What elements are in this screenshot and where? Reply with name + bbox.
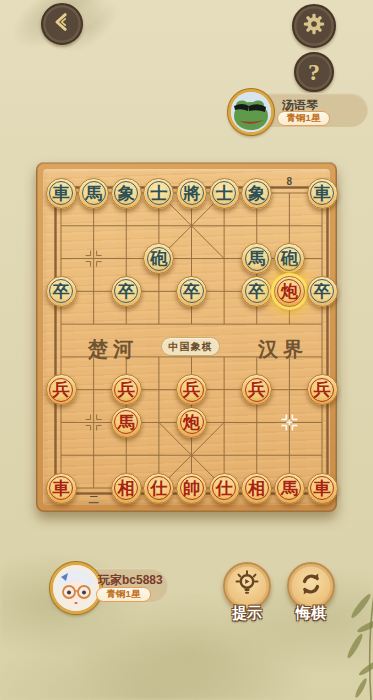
piece-red-相[interactable]: 相 <box>241 473 272 504</box>
piece-glyph: 士 <box>210 179 239 208</box>
piece-glyph: 兵 <box>47 375 76 404</box>
piece-black-馬[interactable]: 馬 <box>241 243 272 274</box>
piece-red-馬[interactable]: 馬 <box>274 473 305 504</box>
gear-icon <box>301 11 327 41</box>
piece-glyph: 帥 <box>177 474 206 503</box>
help-button[interactable]: ? <box>294 52 334 92</box>
piece-glyph: 象 <box>112 179 141 208</box>
frog-avatar-image <box>231 92 271 132</box>
piece-glyph: 卒 <box>47 277 76 306</box>
piece-red-兵[interactable]: 兵 <box>176 374 207 405</box>
piece-red-兵[interactable]: 兵 <box>241 374 272 405</box>
piece-glyph: 卒 <box>308 277 337 306</box>
piece-glyph: 兵 <box>242 375 271 404</box>
hint-label: 提示 <box>232 604 262 623</box>
opponent-rank-badge: 青铜1星 <box>277 111 330 126</box>
piece-glyph: 相 <box>112 474 141 503</box>
piece-glyph: 炮 <box>177 408 206 437</box>
piece-glyph: 馬 <box>79 179 108 208</box>
piece-glyph: 砲 <box>144 244 173 273</box>
piece-glyph: 仕 <box>144 474 173 503</box>
piece-glyph: 車 <box>308 179 337 208</box>
piece-red-車[interactable]: 車 <box>46 473 77 504</box>
piece-black-砲[interactable]: 砲 <box>274 243 305 274</box>
piece-black-卒[interactable]: 卒 <box>241 276 272 307</box>
piece-glyph: 炮 <box>275 277 304 306</box>
piece-black-車[interactable]: 車 <box>307 178 338 209</box>
piece-glyph: 馬 <box>112 408 141 437</box>
piece-glyph: 車 <box>47 179 76 208</box>
back-chevron-icon <box>51 11 73 37</box>
piece-black-卒[interactable]: 卒 <box>46 276 77 307</box>
piece-glyph: 仕 <box>210 474 239 503</box>
self-rank-badge: 青铜1星 <box>96 587 151 602</box>
piece-red-馬[interactable]: 馬 <box>111 407 142 438</box>
piece-glyph: 卒 <box>112 277 141 306</box>
piece-red-車[interactable]: 車 <box>307 473 338 504</box>
piece-glyph: 象 <box>242 179 271 208</box>
piece-black-車[interactable]: 車 <box>46 178 77 209</box>
piece-glyph: 卒 <box>177 277 206 306</box>
back-button[interactable] <box>41 3 83 45</box>
piece-black-象[interactable]: 象 <box>241 178 272 209</box>
piece-black-馬[interactable]: 馬 <box>78 178 109 209</box>
piece-glyph: 馬 <box>275 474 304 503</box>
piece-glyph: 車 <box>308 474 337 503</box>
hint-button[interactable] <box>223 562 271 610</box>
opponent-avatar[interactable] <box>228 89 274 135</box>
piece-red-兵[interactable]: 兵 <box>307 374 338 405</box>
piece-black-卒[interactable]: 卒 <box>111 276 142 307</box>
piece-black-卒[interactable]: 卒 <box>307 276 338 307</box>
piece-red-炮[interactable]: 炮 <box>274 276 305 307</box>
piece-black-卒[interactable]: 卒 <box>176 276 207 307</box>
self-avatar[interactable] <box>50 562 102 614</box>
lightbulb-icon <box>232 569 262 603</box>
piece-glyph: 砲 <box>275 244 304 273</box>
piece-glyph: 車 <box>47 474 76 503</box>
app-screen: ? 汤语琴 青铜1星 楚河 汉界 中国象棋 8 二 車馬象士將士象車砲馬砲卒卒卒… <box>0 0 373 700</box>
piece-black-砲[interactable]: 砲 <box>143 243 174 274</box>
piece-black-士[interactable]: 士 <box>143 178 174 209</box>
settings-button[interactable] <box>292 4 336 48</box>
piece-red-仕[interactable]: 仕 <box>209 473 240 504</box>
piece-black-象[interactable]: 象 <box>111 178 142 209</box>
piece-glyph: 士 <box>144 179 173 208</box>
piece-black-將[interactable]: 將 <box>176 178 207 209</box>
piece-red-相[interactable]: 相 <box>111 473 142 504</box>
piece-glyph: 將 <box>177 179 206 208</box>
piece-red-兵[interactable]: 兵 <box>46 374 77 405</box>
girl-avatar-image <box>53 565 99 611</box>
piece-red-兵[interactable]: 兵 <box>111 374 142 405</box>
piece-glyph: 相 <box>242 474 271 503</box>
opponent-rank-text: 青铜1星 <box>287 112 321 125</box>
piece-glyph: 馬 <box>242 244 271 273</box>
piece-red-帥[interactable]: 帥 <box>176 473 207 504</box>
piece-glyph: 兵 <box>177 375 206 404</box>
piece-red-仕[interactable]: 仕 <box>143 473 174 504</box>
piece-glyph: 兵 <box>308 375 337 404</box>
piece-black-士[interactable]: 士 <box>209 178 240 209</box>
bamboo-leaves-decoration <box>311 588 373 700</box>
piece-glyph: 卒 <box>242 277 271 306</box>
piece-glyph: 兵 <box>112 375 141 404</box>
question-mark-icon: ? <box>308 59 320 86</box>
piece-red-炮[interactable]: 炮 <box>176 407 207 438</box>
self-rank-text: 青铜1星 <box>107 588 141 601</box>
xiangqi-board[interactable]: 楚河 汉界 中国象棋 8 二 車馬象士將士象車砲馬砲卒卒卒卒炮卒兵兵兵兵兵馬炮車… <box>36 162 337 512</box>
